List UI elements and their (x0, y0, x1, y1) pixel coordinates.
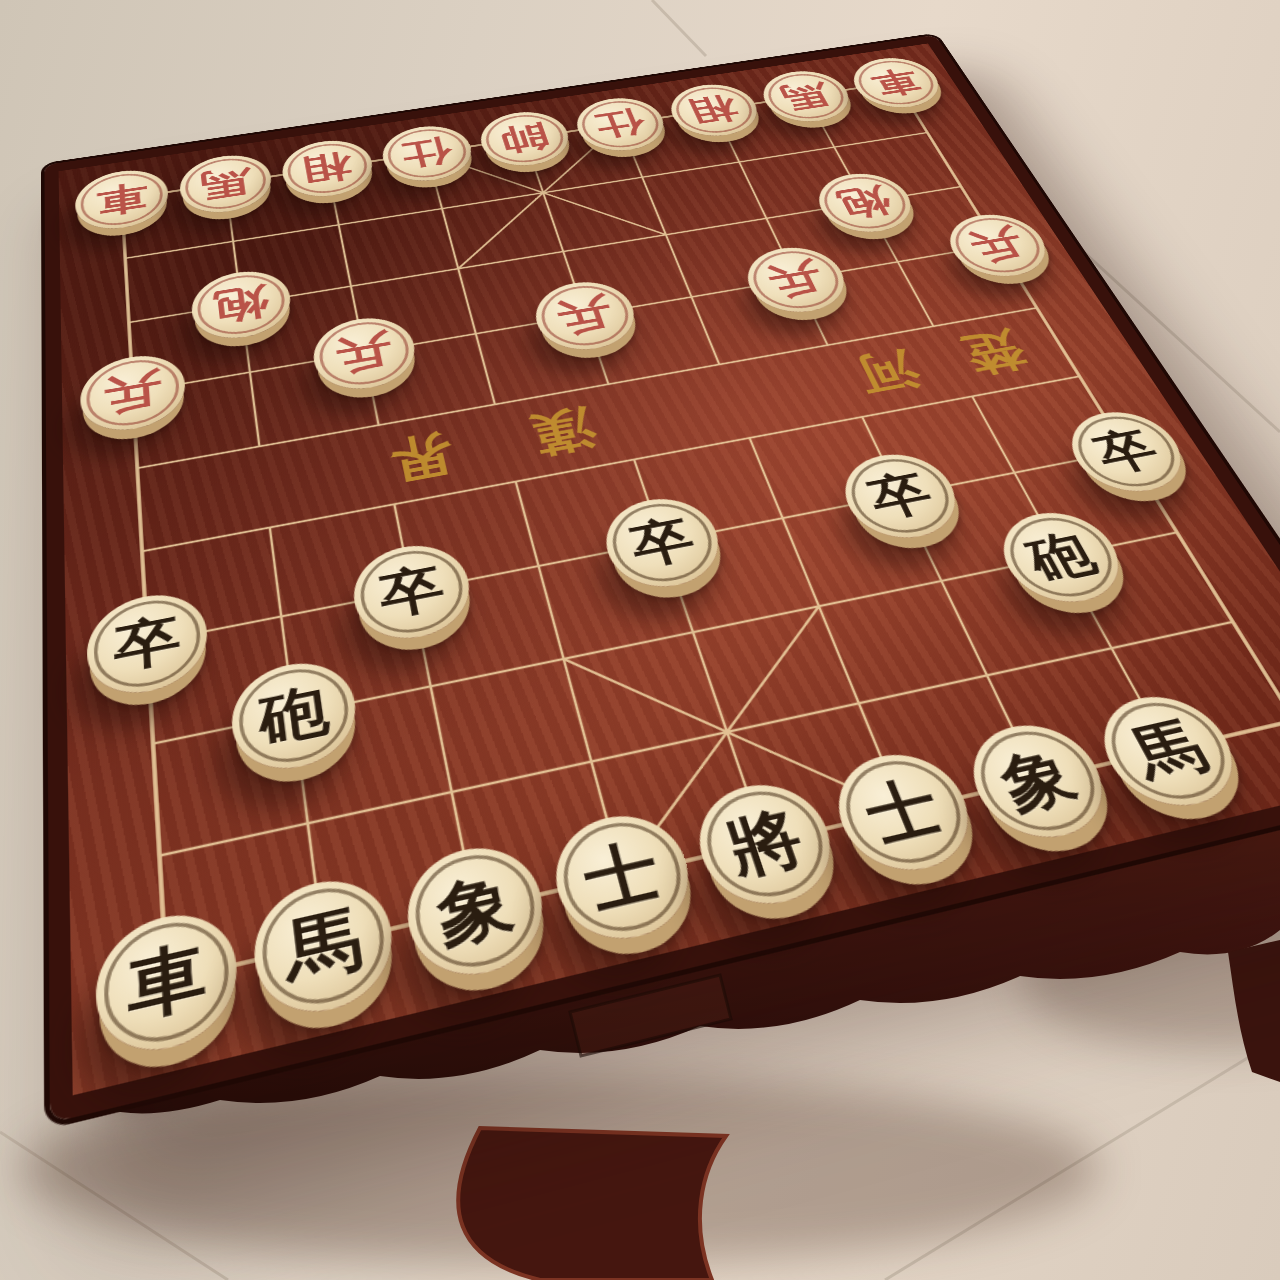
board-cell: 卒 (340, 535, 487, 651)
piece-glyph: 兵 (762, 258, 829, 301)
board-cell: 卒 (78, 583, 219, 706)
piece-red-elephant[interactable]: 相 (278, 135, 377, 202)
piece-black-soldier[interactable]: 卒 (595, 490, 731, 596)
piece-red-horse[interactable]: 馬 (178, 150, 276, 218)
piece-red-soldier[interactable]: 兵 (527, 276, 644, 357)
piece-glyph: 將 (720, 804, 811, 884)
piece-glyph: 士 (578, 835, 667, 917)
piece-glyph: 卒 (113, 610, 183, 676)
piece-glyph: 卒 (1086, 425, 1167, 478)
piece-glyph: 兵 (103, 368, 163, 418)
piece-red-general[interactable]: 帥 (474, 107, 577, 171)
board-cell: 卒 (824, 444, 979, 549)
piece-glyph: 兵 (553, 293, 618, 338)
board-cell: 兵 (302, 310, 429, 399)
piece-glyph: 砲 (256, 680, 331, 751)
piece-glyph: 仕 (399, 135, 455, 172)
table-leg-left (458, 1128, 726, 1280)
board-cell: 砲 (979, 502, 1145, 614)
piece-red-soldier[interactable]: 兵 (736, 241, 857, 319)
photo-scene: 界 漢 河 楚 車馬相仕帥仕相馬車炮炮兵兵兵兵兵卒卒卒卒卒砲砲車馬象士將士象馬 (0, 0, 1280, 1280)
piece-glyph: 卒 (625, 513, 701, 572)
piece-red-elephant[interactable]: 相 (662, 80, 768, 142)
piece-glyph: 馬 (776, 79, 836, 113)
piece-glyph: 馬 (281, 902, 366, 990)
piece-red-chariot[interactable]: 車 (75, 165, 171, 235)
piece-glyph: 炮 (832, 183, 897, 222)
piece-red-cannon[interactable]: 炮 (807, 168, 924, 238)
piece-glyph: 相 (300, 150, 355, 187)
piece-glyph: 象 (991, 743, 1085, 818)
piece-black-cannon[interactable]: 砲 (986, 504, 1137, 611)
piece-glyph: 仕 (591, 107, 649, 142)
board-cell: 兵 (930, 207, 1066, 284)
piece-glyph: 馬 (199, 165, 253, 203)
board-cell: 兵 (521, 274, 651, 359)
piece-red-advisor[interactable]: 仕 (377, 121, 478, 187)
board-cell: 砲 (219, 651, 371, 783)
piece-glyph: 卒 (375, 560, 448, 622)
piece-black-cannon[interactable]: 砲 (227, 653, 362, 780)
piece-glyph: 砲 (1019, 527, 1103, 587)
board-cell: 兵 (73, 347, 196, 440)
piece-glyph: 相 (685, 93, 744, 127)
piece-glyph: 象 (432, 868, 519, 953)
piece-glyph: 車 (126, 936, 208, 1026)
piece-glyph: 馬 (1121, 714, 1217, 787)
piece-red-soldier[interactable]: 兵 (80, 349, 188, 438)
piece-glyph: 兵 (333, 329, 396, 376)
board-cell: 卒 (588, 488, 739, 598)
board-cell: 炮 (801, 167, 930, 240)
piece-glyph: 炮 (212, 282, 271, 327)
piece-black-soldier[interactable]: 卒 (86, 586, 211, 704)
board-cell: 兵 (730, 240, 864, 321)
board-cell: 卒 (1048, 402, 1207, 502)
piece-glyph: 士 (857, 773, 950, 850)
board-cell: 炮 (182, 263, 301, 347)
piece-red-advisor[interactable]: 仕 (569, 93, 673, 156)
piece-glyph: 車 (95, 180, 148, 219)
piece-glyph: 帥 (496, 121, 553, 157)
piece-black-soldier[interactable]: 卒 (347, 537, 478, 648)
piece-glyph: 車 (866, 66, 926, 99)
piece-red-cannon[interactable]: 炮 (189, 265, 295, 345)
piece-black-soldier[interactable]: 卒 (831, 446, 972, 546)
piece-red-soldier[interactable]: 兵 (308, 311, 421, 396)
piece-glyph: 兵 (963, 224, 1032, 265)
piece-glyph: 卒 (861, 468, 940, 524)
